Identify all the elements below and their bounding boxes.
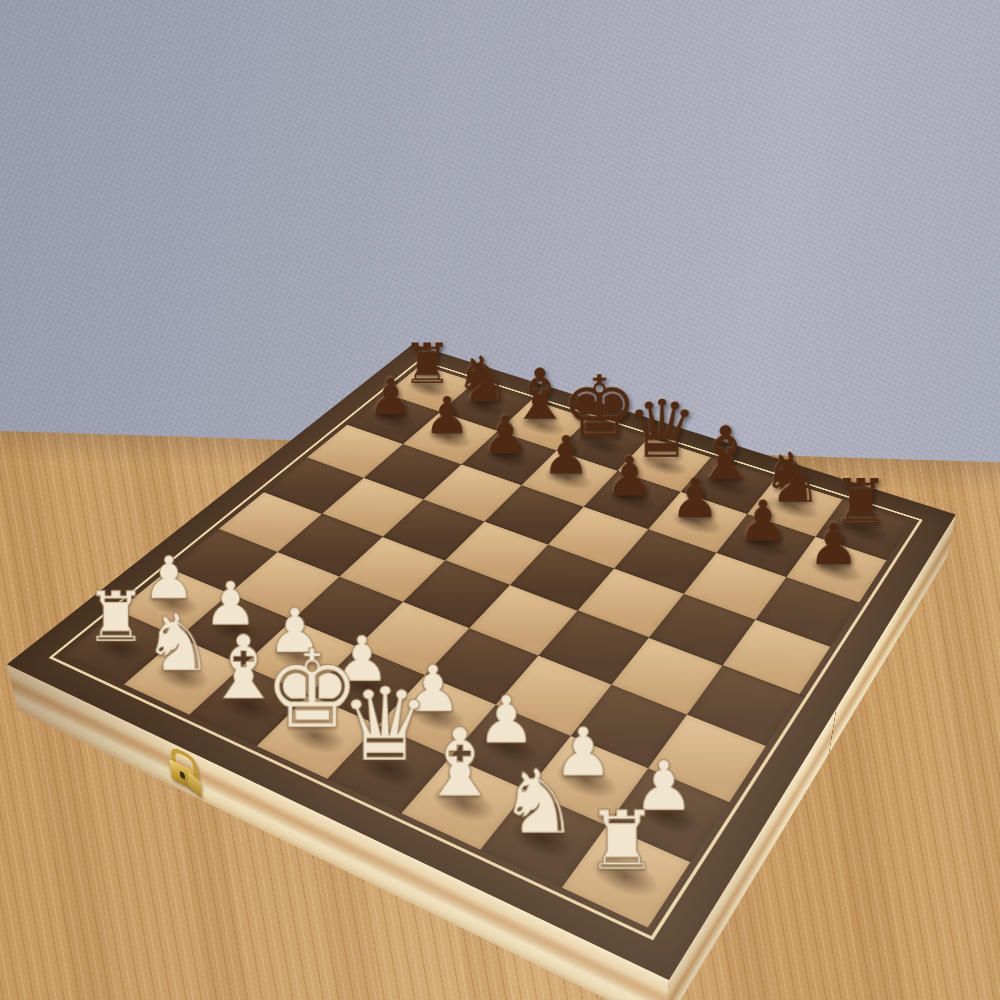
white-rook-glyph: ♜ — [585, 805, 658, 880]
white-rook-glyph: ♜ — [84, 586, 146, 650]
product-photo-scene: ♜♞♝♚♛♝♞♜♟♟♟♟♟♟♟♟♟♟♟♟♟♟♟♟♜♞♝♚♛♝♞♜ — [0, 0, 1000, 1000]
white-queen-glyph: ♛ — [339, 679, 430, 772]
folding-chess-box: ♜♞♝♚♛♝♞♜♟♟♟♟♟♟♟♟♟♟♟♟♟♟♟♟♜♞♝♚♛♝♞♜ — [7, 344, 956, 980]
board-3d-stage: ♜♞♝♚♛♝♞♜♟♟♟♟♟♟♟♟♟♟♟♟♟♟♟♟♜♞♝♚♛♝♞♜ — [0, 0, 1000, 1000]
white-bishop-glyph: ♝ — [418, 720, 503, 807]
white-knight-glyph: ♞ — [499, 760, 579, 842]
